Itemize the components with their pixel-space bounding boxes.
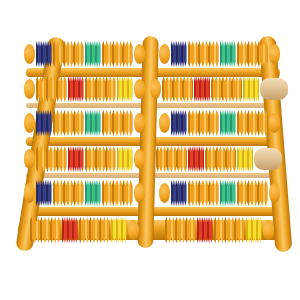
red-spiky-ring <box>188 145 204 173</box>
row-6-right-half <box>156 216 282 244</box>
row-3-right-half <box>156 109 282 137</box>
row-3-left-half <box>26 109 142 137</box>
wooden-bead-cap <box>134 79 145 99</box>
wooden-spiky-roller <box>214 216 245 244</box>
blue-spiky-ring <box>171 179 187 207</box>
wooden-bead-cap <box>269 44 280 64</box>
wooden-bead-cap <box>263 220 274 240</box>
wooden-bead-cap <box>150 79 161 99</box>
wooden-bead-cap <box>24 149 35 169</box>
wooden-bead-cap <box>24 79 35 99</box>
yellow-spiky-ring <box>237 145 253 173</box>
blue-spiky-ring <box>36 40 52 68</box>
wooden-spiky-roller <box>237 179 268 207</box>
wooden-spiky-roller <box>53 179 84 207</box>
row-5-left-half <box>26 179 142 207</box>
yellow-spiky-ring <box>246 216 262 244</box>
wooden-spiky-roller <box>30 216 61 244</box>
blue-spiky-ring <box>171 40 187 68</box>
yellow-spiky-ring <box>111 216 127 244</box>
product-photo <box>0 0 300 300</box>
wooden-spiky-roller <box>102 109 133 137</box>
wooden-spiky-roller <box>53 109 84 137</box>
wooden-spiky-roller <box>156 145 187 173</box>
wooden-spiky-roller <box>79 216 110 244</box>
roller-row-4 <box>20 145 286 173</box>
wooden-bead-cap <box>159 183 170 203</box>
wooden-bead-cap <box>134 113 145 133</box>
row-1-right-half <box>156 40 282 68</box>
green-spiky-ring <box>220 109 236 137</box>
wooden-spiky-roller <box>102 40 133 68</box>
wooden-spiky-roller <box>85 145 116 173</box>
wooden-bead-cap <box>24 183 35 203</box>
green-spiky-ring <box>220 179 236 207</box>
roller-row-3 <box>20 109 286 137</box>
row-1-left-half <box>26 40 142 68</box>
wooden-spiky-roller <box>188 109 219 137</box>
green-spiky-ring <box>85 40 101 68</box>
row-2-right-half <box>156 75 282 103</box>
row-5-right-half <box>156 179 282 207</box>
wooden-spiky-roller <box>165 216 196 244</box>
wooden-spiky-roller <box>205 145 236 173</box>
roller-row-5 <box>20 179 286 207</box>
wooden-spiky-roller <box>85 75 116 103</box>
roller-row-1 <box>20 40 286 68</box>
smooth-wooden-roller <box>260 78 288 100</box>
red-spiky-ring <box>194 75 210 103</box>
wooden-spiky-roller <box>53 40 84 68</box>
green-spiky-ring <box>85 179 101 207</box>
wooden-spiky-roller <box>36 75 67 103</box>
row-4-right-half <box>156 145 282 173</box>
wooden-spiky-roller <box>237 109 268 137</box>
wooden-bead-cap <box>24 113 35 133</box>
yellow-spiky-ring <box>243 75 259 103</box>
blue-spiky-ring <box>171 109 187 137</box>
wooden-bead-cap <box>134 149 145 169</box>
row-2-left-half <box>26 75 142 103</box>
wooden-bead-cap <box>134 183 145 203</box>
yellow-spiky-ring <box>117 145 133 173</box>
wooden-spiky-roller <box>211 75 242 103</box>
wooden-bead-cap <box>128 220 139 240</box>
wooden-bead-cap <box>159 113 170 133</box>
wooden-bead-cap <box>24 44 35 64</box>
wooden-spiky-roller <box>162 75 193 103</box>
red-spiky-ring <box>68 145 84 173</box>
red-spiky-ring <box>68 75 84 103</box>
wooden-bead-cap <box>269 183 280 203</box>
wooden-spiky-roller <box>188 179 219 207</box>
green-spiky-ring <box>220 40 236 68</box>
smooth-wooden-roller <box>254 148 282 170</box>
roller-row-2 <box>20 75 286 103</box>
red-spiky-ring <box>197 216 213 244</box>
blue-spiky-ring <box>36 179 52 207</box>
blue-spiky-ring <box>36 109 52 137</box>
roller-row-6 <box>20 216 286 244</box>
foot-roller-massager <box>20 36 286 252</box>
row-4-left-half <box>26 145 142 173</box>
wooden-bead-cap <box>159 44 170 64</box>
wooden-bead-cap <box>134 44 145 64</box>
wooden-spiky-roller <box>188 40 219 68</box>
wooden-bead-cap <box>269 113 280 133</box>
wooden-spiky-roller <box>102 179 133 207</box>
red-spiky-ring <box>62 216 78 244</box>
green-spiky-ring <box>85 109 101 137</box>
wooden-spiky-roller <box>237 40 268 68</box>
row-6-left-half <box>26 216 142 244</box>
yellow-spiky-ring <box>117 75 133 103</box>
wooden-spiky-roller <box>36 145 67 173</box>
